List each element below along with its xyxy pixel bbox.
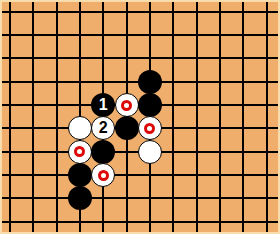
black-stone-c5-r5 xyxy=(115,116,139,140)
grid-line-horizontal xyxy=(2,11,278,13)
black-stone-c4-r4: 1 xyxy=(91,93,115,117)
circle-marker-icon xyxy=(98,170,109,181)
grid-line-horizontal xyxy=(2,221,278,223)
grid-line-horizontal xyxy=(2,57,278,59)
white-stone-c5-r4 xyxy=(115,93,139,117)
white-stone-c6-r5 xyxy=(138,116,162,140)
circle-marker-icon xyxy=(74,146,85,157)
board-surface: 12 xyxy=(2,2,278,232)
grid-line-horizontal xyxy=(2,174,278,176)
white-stone-c6-r6 xyxy=(138,140,162,164)
stone-number-label: 2 xyxy=(99,120,108,136)
grid-line-horizontal xyxy=(2,34,278,36)
circle-marker-icon xyxy=(121,100,132,111)
stone-number-label: 1 xyxy=(99,97,108,113)
black-stone-c6-r4 xyxy=(138,93,162,117)
white-stone-c3-r6 xyxy=(68,140,92,164)
black-stone-c6-r3 xyxy=(138,70,162,94)
white-stone-c3-r5 xyxy=(68,116,92,140)
go-board: 12 xyxy=(0,0,280,234)
black-stone-c3-r7 xyxy=(68,163,92,187)
white-stone-c4-r7 xyxy=(91,163,115,187)
circle-marker-icon xyxy=(144,123,155,134)
white-stone-c4-r5: 2 xyxy=(91,116,115,140)
black-stone-c4-r6 xyxy=(91,140,115,164)
black-stone-c3-r8 xyxy=(68,186,92,210)
grid-line-horizontal xyxy=(2,197,278,199)
